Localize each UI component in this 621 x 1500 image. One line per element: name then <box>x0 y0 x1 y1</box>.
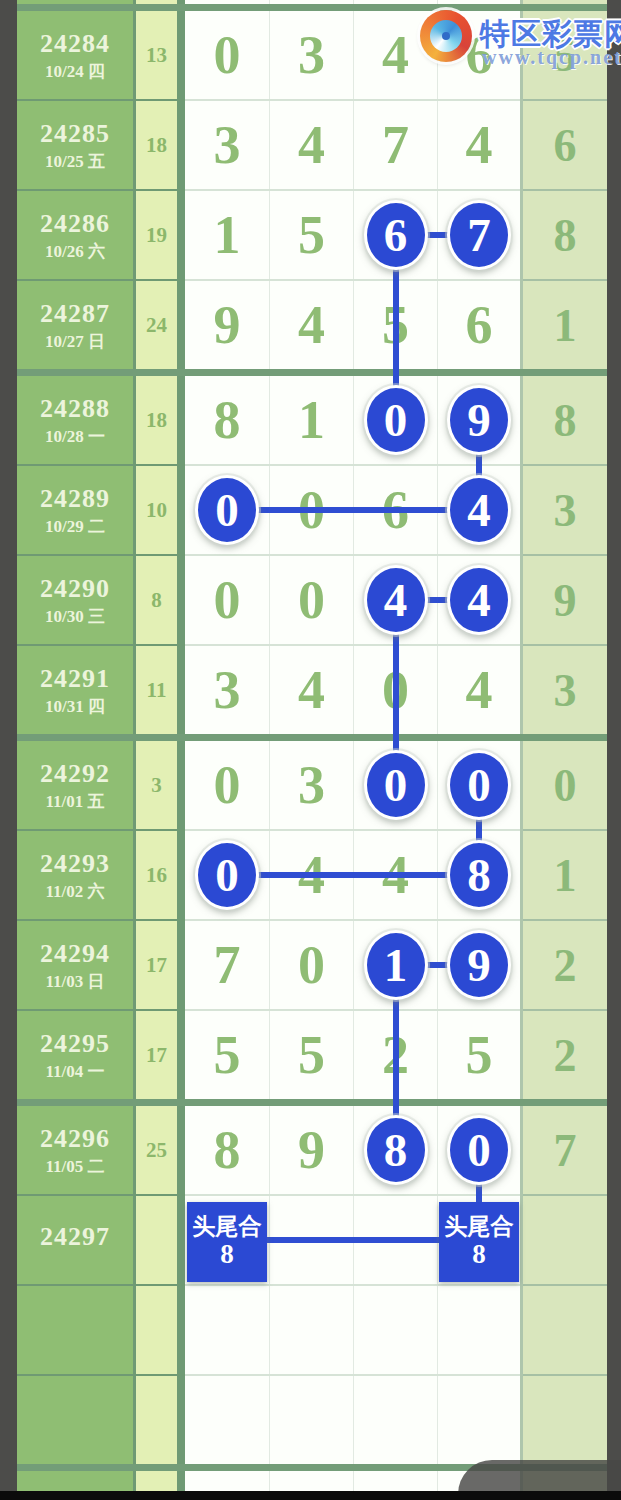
digit-cell: 5 <box>270 191 353 279</box>
row-separator <box>17 279 607 281</box>
sum-cell: 11 <box>136 646 177 734</box>
draw-date: 10/25 五 <box>45 153 105 170</box>
marked-ball: 0 <box>364 750 428 820</box>
period-cell: 24295 11/04 一 <box>17 1011 133 1099</box>
vertical-border <box>177 191 185 279</box>
digit-cell: 5 <box>185 1011 269 1099</box>
tail-digit-cell: 7 <box>523 1106 607 1194</box>
period-cell <box>17 0 133 4</box>
row-separator-segment <box>185 1284 520 1286</box>
group-separator <box>17 734 607 741</box>
period-cell: 24292 11/01 五 <box>17 741 133 829</box>
sum-cell <box>136 1376 177 1464</box>
tail-digit-cell: 0 <box>523 741 607 829</box>
digit-cell <box>438 0 520 4</box>
row-separator-segment <box>185 554 520 556</box>
draw-date: 10/27 日 <box>45 333 105 350</box>
draw-date: 10/29 二 <box>45 518 105 535</box>
sum-cell: 24 <box>136 281 177 369</box>
bottom-black-bar <box>0 1491 621 1500</box>
digit-cell: 0 <box>270 921 353 1009</box>
sum-cell: 18 <box>136 376 177 464</box>
head-tail-sum-box: 头尾合8 <box>439 1202 519 1282</box>
digit-cell: 4 <box>438 646 520 734</box>
row-separator-segment <box>523 644 607 646</box>
row-separator-segment <box>17 1374 185 1376</box>
tail-digit-cell: 1 <box>523 831 607 919</box>
period-cell: 24288 10/28 一 <box>17 376 133 464</box>
draw-date: 11/02 六 <box>45 883 104 900</box>
row-separator <box>17 554 607 556</box>
row-separator-segment <box>185 919 520 921</box>
period-cell: 24290 10/30 三 <box>17 556 133 644</box>
period-cell: 24285 10/25 五 <box>17 101 133 189</box>
marked-ball: 9 <box>447 930 511 1000</box>
draw-number: 24296 <box>40 1125 110 1154</box>
marked-ball: 4 <box>364 565 428 635</box>
draw-row <box>17 1286 607 1374</box>
sum-cell <box>136 1196 177 1284</box>
digit-cell: 7 <box>354 101 437 189</box>
digit-cell: 3 <box>185 101 269 189</box>
sum-cell: 17 <box>136 1011 177 1099</box>
marked-ball: 0 <box>364 385 428 455</box>
row-separator-segment <box>17 1284 185 1286</box>
row-separator-segment <box>523 1374 607 1376</box>
tail-digit-cell: 3 <box>523 466 607 554</box>
digit-cell: 0 <box>185 741 269 829</box>
row-separator-segment <box>185 99 520 101</box>
row-separator-segment <box>185 1374 520 1376</box>
row-separator-segment <box>523 99 607 101</box>
draw-row: 24292 11/01 五 3 0 3 0 0 0 <box>17 741 607 829</box>
draw-date: 11/01 五 <box>45 793 104 810</box>
digit-cell: 1 <box>270 376 353 464</box>
period-cell: 24284 10/24 四 <box>17 11 133 99</box>
draw-number: 24290 <box>40 575 110 604</box>
tail-digit-cell: 2 <box>523 1011 607 1099</box>
row-separator-segment <box>17 554 185 556</box>
row-separator-segment <box>523 1284 607 1286</box>
tail-digit-cell: 3 <box>523 646 607 734</box>
tail-digit-cell <box>523 1196 607 1284</box>
digit-cell: 4 <box>438 101 520 189</box>
period-cell: 24296 11/05 二 <box>17 1106 133 1194</box>
row-separator <box>17 644 607 646</box>
draw-date: 10/28 一 <box>45 428 105 445</box>
marked-ball: 0 <box>447 750 511 820</box>
vertical-border <box>177 1376 185 1464</box>
sum-cell: 13 <box>136 11 177 99</box>
digit-cell: 4 <box>270 281 353 369</box>
digit-cell: 9 <box>270 1106 353 1194</box>
vertical-border <box>177 921 185 1009</box>
digit-cell: 8 <box>185 376 269 464</box>
digit-cell <box>185 1286 269 1374</box>
marked-ball: 8 <box>447 840 511 910</box>
floating-widget-corner[interactable] <box>458 1460 621 1494</box>
vertical-border <box>177 1106 185 1194</box>
draw-number: 24288 <box>40 395 110 424</box>
vertical-border <box>177 741 185 829</box>
tail-digit-cell: 1 <box>523 281 607 369</box>
period-cell: 24293 11/02 六 <box>17 831 133 919</box>
row-separator-segment <box>17 829 185 831</box>
draw-row: 24295 11/04 一 17 5 5 2 5 2 <box>17 1011 607 1099</box>
period-cell: 24287 10/27 日 <box>17 281 133 369</box>
draw-number: 24297 <box>40 1223 110 1252</box>
vertical-border <box>177 1011 185 1099</box>
marked-ball: 0 <box>195 840 259 910</box>
row-separator <box>17 1284 607 1286</box>
sum-cell: 10 <box>136 466 177 554</box>
draw-number: 24294 <box>40 940 110 969</box>
head-tail-sum-value: 8 <box>220 1239 234 1270</box>
digit-cell <box>270 1286 353 1374</box>
row-separator-segment <box>17 189 185 191</box>
digit-cell <box>185 0 269 4</box>
vertical-border <box>177 1286 185 1374</box>
draw-row: 24286 10/26 六 19 1 5 6 7 8 <box>17 191 607 279</box>
row-separator-segment <box>523 1009 607 1011</box>
marked-ball: 1 <box>364 930 428 1000</box>
row-separator-segment <box>523 189 607 191</box>
vertical-border <box>177 466 185 554</box>
draw-number: 24295 <box>40 1030 110 1059</box>
site-url: www.tqcp.net <box>482 46 621 69</box>
digit-cell <box>354 0 437 4</box>
draw-date: 11/04 一 <box>45 1063 104 1080</box>
draw-row: 24290 10/30 三 8 0 0 4 4 9 <box>17 556 607 644</box>
digit-cell: 0 <box>185 556 269 644</box>
draw-number: 24286 <box>40 210 110 239</box>
digit-cell: 9 <box>185 281 269 369</box>
draw-number: 24285 <box>40 120 110 149</box>
site-watermark: 特区彩票网 www.tqcp.net <box>420 8 620 66</box>
digit-cell <box>185 1376 269 1464</box>
row-separator-segment <box>17 644 185 646</box>
draw-row: 24285 10/25 五 18 3 4 7 4 6 <box>17 101 607 189</box>
marked-ball: 8 <box>364 1115 428 1185</box>
vertical-border <box>177 556 185 644</box>
row-separator-segment <box>17 1009 185 1011</box>
sum-cell: 8 <box>136 556 177 644</box>
digit-cell: 8 <box>185 1106 269 1194</box>
row-separator-segment <box>185 829 520 831</box>
row-separator <box>17 919 607 921</box>
draw-row: 24291 10/31 四 11 3 4 0 4 3 <box>17 646 607 734</box>
group-separator <box>17 369 607 376</box>
digit-cell: 1 <box>185 191 269 279</box>
row-separator <box>17 464 607 466</box>
tail-digit-cell: 9 <box>523 556 607 644</box>
sum-cell: 3 <box>136 741 177 829</box>
head-tail-sum-value: 8 <box>472 1239 486 1270</box>
digit-cell <box>270 1376 353 1464</box>
vertical-border <box>177 1196 185 1284</box>
digit-cell: 3 <box>270 11 353 99</box>
row-separator-segment <box>185 1009 520 1011</box>
marked-ball: 4 <box>447 475 511 545</box>
row-separator <box>17 1374 607 1376</box>
digit-cell <box>438 1286 520 1374</box>
digit-cell <box>270 0 353 4</box>
draw-number: 24291 <box>40 665 110 694</box>
draw-date: 10/31 四 <box>45 698 105 715</box>
digit-cell: 6 <box>438 281 520 369</box>
draw-number: 24292 <box>40 760 110 789</box>
row-separator-segment <box>523 554 607 556</box>
tail-digit-cell: 8 <box>523 191 607 279</box>
row-separator <box>17 1194 607 1196</box>
row-separator <box>17 829 607 831</box>
sum-cell <box>136 0 177 4</box>
site-logo-icon <box>420 10 472 62</box>
row-separator-segment <box>185 189 520 191</box>
row-separator <box>17 99 607 101</box>
vertical-border <box>177 101 185 189</box>
tail-digit-cell: 8 <box>523 376 607 464</box>
digit-cell: 3 <box>185 646 269 734</box>
draw-row <box>17 0 607 4</box>
row-separator-segment <box>523 919 607 921</box>
trend-line <box>227 872 479 878</box>
digit-cell: 5 <box>270 1011 353 1099</box>
period-cell: 24294 11/03 日 <box>17 921 133 1009</box>
draw-date: 10/26 六 <box>45 243 105 260</box>
group-separator <box>17 1099 607 1106</box>
logo-center-dot-icon <box>442 32 450 40</box>
sum-cell: 16 <box>136 831 177 919</box>
head-tail-sum-label: 头尾合 <box>193 1214 262 1239</box>
row-separator-segment <box>185 1194 520 1196</box>
row-separator-segment <box>523 279 607 281</box>
draw-row: 24294 11/03 日 17 7 0 1 9 2 <box>17 921 607 1009</box>
marked-ball: 6 <box>364 200 428 270</box>
tail-digit-cell <box>523 1286 607 1374</box>
row-separator-segment <box>185 279 520 281</box>
head-tail-sum-label: 头尾合 <box>445 1214 514 1239</box>
draw-row <box>17 1376 607 1464</box>
row-separator-segment <box>17 1194 185 1196</box>
row-separator-segment <box>185 644 520 646</box>
row-separator-segment <box>17 919 185 921</box>
marked-ball: 0 <box>195 475 259 545</box>
digit-cell: 0 <box>185 11 269 99</box>
sum-cell: 18 <box>136 101 177 189</box>
draw-date: 11/05 二 <box>45 1158 104 1175</box>
digit-cell: 4 <box>270 646 353 734</box>
row-separator-segment <box>523 464 607 466</box>
digit-cell <box>438 1376 520 1464</box>
vertical-border <box>177 376 185 464</box>
vertical-border <box>177 646 185 734</box>
draw-date: 10/24 四 <box>45 63 105 80</box>
period-cell: 24291 10/31 四 <box>17 646 133 734</box>
tail-digit-cell: 6 <box>523 101 607 189</box>
marked-ball: 0 <box>447 1115 511 1185</box>
period-cell <box>17 1286 133 1374</box>
sum-cell: 25 <box>136 1106 177 1194</box>
lottery-trend-board: 24284 10/24 四 13 0 3 4 6 5 24285 10/25 五… <box>0 0 621 1500</box>
row-separator <box>17 1009 607 1011</box>
period-cell: 24286 10/26 六 <box>17 191 133 279</box>
draw-row: 24287 10/27 日 24 9 4 5 6 1 <box>17 281 607 369</box>
marked-ball: 9 <box>447 385 511 455</box>
row-separator-segment <box>17 464 185 466</box>
draw-number: 24293 <box>40 850 110 879</box>
draw-number: 24289 <box>40 485 110 514</box>
row-separator-segment <box>17 99 185 101</box>
vertical-border <box>177 0 185 4</box>
sum-cell <box>136 1286 177 1374</box>
digit-cell: 0 <box>270 556 353 644</box>
trend-line <box>227 507 479 513</box>
period-cell: 24297 <box>17 1196 133 1284</box>
draw-number: 24284 <box>40 30 110 59</box>
row-separator-segment <box>17 279 185 281</box>
draw-number: 24287 <box>40 300 110 329</box>
sum-cell: 17 <box>136 921 177 1009</box>
draw-date: 10/30 三 <box>45 608 105 625</box>
tail-digit-cell <box>523 0 607 4</box>
marked-ball: 7 <box>447 200 511 270</box>
row-separator-segment <box>185 464 520 466</box>
head-tail-sum-box: 头尾合8 <box>187 1202 267 1282</box>
digit-cell <box>354 1376 437 1464</box>
vertical-border <box>177 831 185 919</box>
period-cell: 24289 10/29 二 <box>17 466 133 554</box>
vertical-border <box>177 281 185 369</box>
draw-date: 11/03 日 <box>45 973 104 990</box>
row-separator-segment <box>523 1194 607 1196</box>
row-separator <box>17 189 607 191</box>
tail-digit-cell: 2 <box>523 921 607 1009</box>
tail-digit-cell <box>523 1376 607 1464</box>
marked-ball: 4 <box>447 565 511 635</box>
row-separator-segment <box>523 829 607 831</box>
period-cell <box>17 1376 133 1464</box>
digit-cell: 3 <box>270 741 353 829</box>
draw-row: 24288 10/28 一 18 8 1 0 9 8 <box>17 376 607 464</box>
vertical-border <box>177 11 185 99</box>
digit-cell <box>354 1286 437 1374</box>
digit-cell: 4 <box>270 101 353 189</box>
digit-cell: 5 <box>438 1011 520 1099</box>
draw-row: 24296 11/05 二 25 8 9 8 0 7 <box>17 1106 607 1194</box>
sum-cell: 19 <box>136 191 177 279</box>
digit-cell: 7 <box>185 921 269 1009</box>
